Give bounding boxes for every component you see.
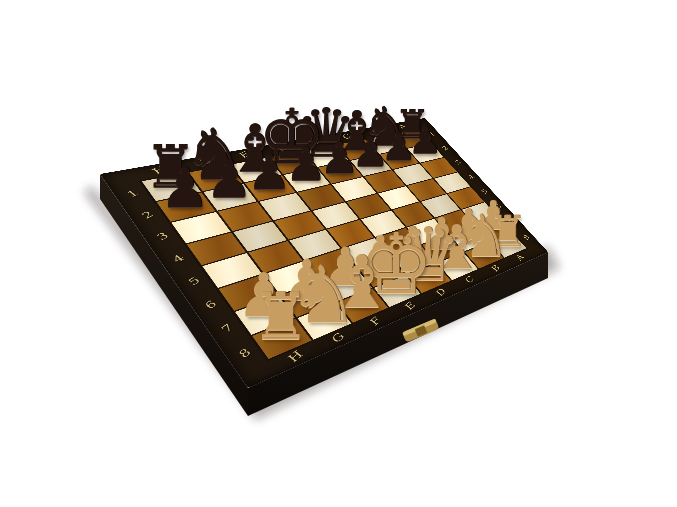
piece-black-pawn[interactable]: ♟ — [205, 154, 252, 206]
piece-black-pawn[interactable]: ♟ — [285, 141, 327, 187]
piece-black-pawn[interactable]: ♟ — [247, 147, 291, 196]
piece-black-pawn[interactable]: ♟ — [160, 161, 210, 217]
piece-white-rook[interactable]: ♜ — [251, 284, 310, 350]
photo-stage: HGFEDCBA HGFEDCBA 12345678 12345678 ♜♞♝♟… — [0, 0, 677, 507]
